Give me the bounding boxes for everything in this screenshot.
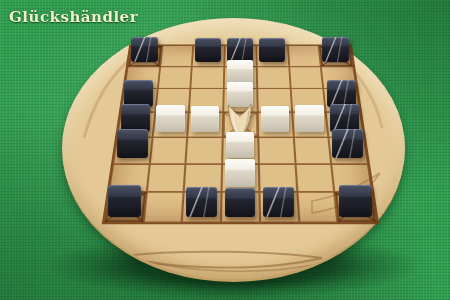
defender-piece[interactable] [191, 106, 219, 133]
defender-piece[interactable] [156, 105, 185, 132]
attacker-piece[interactable] [227, 38, 252, 62]
attacker-piece[interactable] [117, 129, 148, 158]
attacker-piece[interactable] [186, 187, 217, 216]
photo-scene: Glückshändler [0, 0, 450, 300]
defender-piece[interactable] [225, 159, 254, 187]
attacker-piece[interactable] [131, 37, 158, 63]
board-cell[interactable] [295, 163, 334, 191]
attacker-piece[interactable] [322, 37, 349, 63]
board-cell[interactable] [296, 192, 337, 222]
attacker-piece[interactable] [195, 38, 220, 62]
attacker-piece[interactable] [339, 185, 372, 216]
board-cell[interactable] [146, 163, 185, 191]
board-cell[interactable] [159, 45, 193, 66]
board-cell[interactable] [293, 137, 331, 164]
defender-piece[interactable] [226, 132, 254, 159]
board-cell[interactable] [190, 66, 224, 88]
board-cell[interactable] [149, 137, 187, 164]
board-cell[interactable] [143, 192, 184, 222]
attacker-piece[interactable] [259, 38, 284, 62]
attacker-piece[interactable] [330, 104, 360, 132]
defender-piece[interactable] [261, 106, 289, 133]
attacker-piece[interactable] [332, 129, 363, 158]
watermark-logo: Glückshändler [9, 8, 138, 26]
board-cell[interactable] [256, 66, 290, 88]
attacker-piece[interactable] [121, 104, 151, 132]
board-cell[interactable] [288, 66, 323, 88]
attacker-piece[interactable] [225, 188, 255, 217]
defender-piece[interactable] [295, 105, 324, 132]
board-cell[interactable] [287, 45, 321, 66]
defender-piece[interactable] [227, 60, 253, 85]
board-cell[interactable] [157, 66, 192, 88]
board-cell[interactable] [185, 137, 222, 164]
attacker-piece[interactable] [263, 187, 294, 216]
attacker-piece[interactable] [108, 185, 141, 216]
board-cell[interactable] [258, 137, 295, 164]
